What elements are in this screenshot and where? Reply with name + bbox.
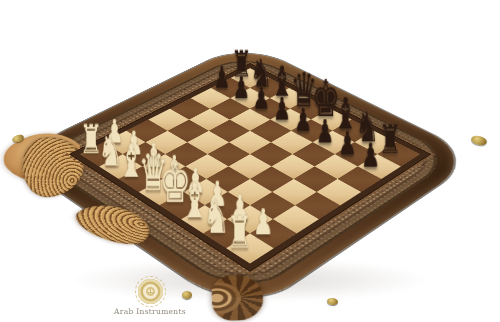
brand-logo: Arab Instruments [110,279,190,316]
brand-logo-text: Arab Instruments [110,307,190,316]
scene: ♜♞♝♛♚♝♞♜♟♟♟♟♟♟♟♟♟♟♟♟♟♟♟♟♜♞♝♛♚♝♞♜ [0,0,500,322]
chess-set-product-photo: ♜♞♝♛♚♝♞♜♟♟♟♟♟♟♟♟♟♟♟♟♟♟♟♟♜♞♝♛♚♝♞♜ Arab In… [0,0,500,322]
board-tilt: ♜♞♝♛♚♝♞♜♟♟♟♟♟♟♟♟♟♟♟♟♟♟♟♟♜♞♝♛♚♝♞♜ [80,69,419,264]
gold-mandala-icon [138,279,163,304]
